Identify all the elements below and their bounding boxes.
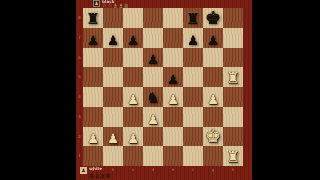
square-c2[interactable]: ♟ <box>123 127 143 147</box>
square-d5[interactable] <box>143 67 163 87</box>
square-c7[interactable]: ♟ <box>123 28 143 48</box>
square-a6[interactable] <box>83 48 103 68</box>
square-f3[interactable] <box>183 107 203 127</box>
square-h7[interactable] <box>223 28 243 48</box>
square-e6[interactable] <box>163 48 183 68</box>
square-e7[interactable] <box>163 28 183 48</box>
square-f2[interactable] <box>183 127 203 147</box>
square-f7[interactable]: ♟ <box>183 28 203 48</box>
square-g5[interactable] <box>203 67 223 87</box>
square-c3[interactable] <box>123 107 143 127</box>
square-e3[interactable] <box>163 107 183 127</box>
black-pawn-d6[interactable]: ♟ <box>143 53 163 66</box>
square-c4[interactable]: ♟ <box>123 87 143 107</box>
black-pawn-a7[interactable]: ♟ <box>83 34 103 47</box>
rank-labels: 87654321 <box>76 8 83 166</box>
square-g6[interactable] <box>203 48 223 68</box>
square-h3[interactable] <box>223 107 243 127</box>
chess-board[interactable]: ♜♜♚♟♟♟♟♟♟♟♜♟♞♟♟♟♟♟♟♚♜ <box>83 8 243 166</box>
square-d2[interactable] <box>143 127 163 147</box>
white-pawn-b2[interactable]: ♟ <box>103 132 123 145</box>
black-king-g8[interactable]: ♚ <box>203 9 223 27</box>
rank-label-5: 5 <box>77 74 82 79</box>
white-pawn-c4[interactable]: ♟ <box>123 93 143 106</box>
square-e5[interactable]: ♟ <box>163 67 183 87</box>
rank-label-7: 7 <box>77 35 82 40</box>
player-bar-black: ♟ black ♘♘♗♗♕ <box>76 0 252 8</box>
square-c5[interactable] <box>123 67 143 87</box>
square-h5[interactable]: ♜ <box>223 67 243 87</box>
square-d3[interactable]: ♟ <box>143 107 163 127</box>
square-a3[interactable] <box>83 107 103 127</box>
square-g3[interactable] <box>203 107 223 127</box>
black-player-icon: ♟ <box>93 0 100 7</box>
square-f1[interactable] <box>183 146 203 166</box>
rank-label-6: 6 <box>77 55 82 60</box>
square-b2[interactable]: ♟ <box>103 127 123 147</box>
white-king-g2[interactable]: ♚ <box>203 127 223 145</box>
square-d8[interactable] <box>143 8 163 28</box>
white-player-icon: ♟ <box>80 167 87 174</box>
white-captured-pieces: ♞♝♝♛ <box>89 172 111 179</box>
white-pawn-c2[interactable]: ♟ <box>123 132 143 145</box>
black-pawn-g7[interactable]: ♟ <box>203 34 223 47</box>
black-pawn-c7[interactable]: ♟ <box>123 34 143 47</box>
square-b8[interactable] <box>103 8 123 28</box>
square-g2[interactable]: ♚ <box>203 127 223 147</box>
white-rook-h1[interactable]: ♜ <box>223 150 243 165</box>
white-player-label: white <box>89 166 102 171</box>
square-a1[interactable] <box>83 146 103 166</box>
rank-label-4: 4 <box>77 94 82 99</box>
black-captured-pieces: ♘♘♗♗♕ <box>102 2 129 9</box>
square-h2[interactable] <box>223 127 243 147</box>
rank-label-2: 2 <box>77 134 82 139</box>
square-a8[interactable]: ♜ <box>83 8 103 28</box>
white-rook-h5[interactable]: ♜ <box>223 71 243 86</box>
black-rook-f8[interactable]: ♜ <box>183 12 203 27</box>
square-b3[interactable] <box>103 107 123 127</box>
square-h1[interactable]: ♜ <box>223 146 243 166</box>
square-b4[interactable] <box>103 87 123 107</box>
square-e1[interactable] <box>163 146 183 166</box>
rank-label-8: 8 <box>77 15 82 20</box>
square-c8[interactable] <box>123 8 143 28</box>
square-e4[interactable]: ♟ <box>163 87 183 107</box>
square-a5[interactable] <box>83 67 103 87</box>
square-f6[interactable] <box>183 48 203 68</box>
white-pawn-g4[interactable]: ♟ <box>203 93 223 106</box>
square-g1[interactable] <box>203 146 223 166</box>
square-d7[interactable] <box>143 28 163 48</box>
square-d6[interactable]: ♟ <box>143 48 163 68</box>
black-pawn-b7[interactable]: ♟ <box>103 34 123 47</box>
white-pawn-e4[interactable]: ♟ <box>163 93 183 106</box>
square-h4[interactable] <box>223 87 243 107</box>
square-g7[interactable]: ♟ <box>203 28 223 48</box>
black-pawn-e5[interactable]: ♟ <box>163 73 183 86</box>
black-pawn-f7[interactable]: ♟ <box>183 34 203 47</box>
white-pawn-a2[interactable]: ♟ <box>83 132 103 145</box>
square-a7[interactable]: ♟ <box>83 28 103 48</box>
square-e2[interactable] <box>163 127 183 147</box>
square-h8[interactable] <box>223 8 243 28</box>
square-c1[interactable] <box>123 146 143 166</box>
rank-label-1: 1 <box>77 153 82 158</box>
square-b1[interactable] <box>103 146 123 166</box>
square-b5[interactable] <box>103 67 123 87</box>
square-c6[interactable] <box>123 48 143 68</box>
player-bar-white: ♟ white ♞♝♝♛ <box>76 166 252 180</box>
square-d1[interactable] <box>143 146 163 166</box>
square-b6[interactable] <box>103 48 123 68</box>
square-b7[interactable]: ♟ <box>103 28 123 48</box>
square-e8[interactable] <box>163 8 183 28</box>
square-h6[interactable] <box>223 48 243 68</box>
square-g8[interactable]: ♚ <box>203 8 223 28</box>
black-rook-a8[interactable]: ♜ <box>83 12 103 27</box>
square-f5[interactable] <box>183 67 203 87</box>
square-a4[interactable] <box>83 87 103 107</box>
square-d4[interactable]: ♞ <box>143 87 163 107</box>
black-knight-d4[interactable]: ♞ <box>143 91 163 106</box>
square-f4[interactable] <box>183 87 203 107</box>
white-pawn-d3[interactable]: ♟ <box>143 113 163 126</box>
square-a2[interactable]: ♟ <box>83 127 103 147</box>
square-f8[interactable]: ♜ <box>183 8 203 28</box>
square-g4[interactable]: ♟ <box>203 87 223 107</box>
rank-label-3: 3 <box>77 114 82 119</box>
